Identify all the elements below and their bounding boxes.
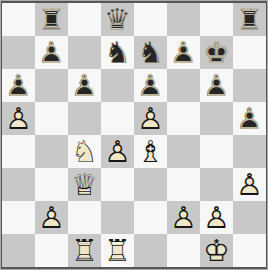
square-f4[interactable] [167, 135, 200, 168]
rook-outline-glyph: ♖ [35, 3, 68, 36]
white-king-piece[interactable]: ♚♔ [200, 234, 233, 267]
bishop-fill-glyph: ♝ [134, 135, 167, 168]
board-frame: ♜♖♛♕♜♖♟♙♞♘♞♘♟♙♚♔♟♙♟♙♟♙♟♙♟♙♟♙♟♙♞♘♟♙♝♗♛♕♟♙… [0, 0, 268, 270]
pawn-fill-glyph: ♟ [2, 102, 35, 135]
square-b2[interactable]: ♟♙ [35, 201, 68, 234]
square-a4[interactable] [2, 135, 35, 168]
square-a5[interactable]: ♟♙ [2, 102, 35, 135]
square-d4[interactable]: ♟♙ [101, 135, 134, 168]
white-pawn-piece[interactable]: ♟♙ [134, 102, 167, 135]
black-queen-piece[interactable]: ♛♕ [101, 3, 134, 36]
pawn-outline-glyph: ♙ [167, 36, 200, 69]
square-h6[interactable] [233, 69, 266, 102]
square-h8[interactable]: ♜♖ [233, 3, 266, 36]
rook-fill-glyph: ♜ [233, 3, 266, 36]
square-f8[interactable] [167, 3, 200, 36]
square-f2[interactable]: ♟♙ [167, 201, 200, 234]
square-b7[interactable]: ♟♙ [35, 36, 68, 69]
square-g4[interactable] [200, 135, 233, 168]
black-pawn-piece[interactable]: ♟♙ [2, 69, 35, 102]
white-pawn-piece[interactable]: ♟♙ [167, 201, 200, 234]
pawn-fill-glyph: ♟ [2, 69, 35, 102]
pawn-fill-glyph: ♟ [134, 102, 167, 135]
square-f1[interactable] [167, 234, 200, 267]
square-e2[interactable] [134, 201, 167, 234]
knight-fill-glyph: ♞ [68, 135, 101, 168]
queen-fill-glyph: ♛ [68, 168, 101, 201]
square-e4[interactable]: ♝♗ [134, 135, 167, 168]
king-outline-glyph: ♔ [200, 36, 233, 69]
knight-outline-glyph: ♘ [134, 36, 167, 69]
square-c6[interactable]: ♟♙ [68, 69, 101, 102]
pawn-fill-glyph: ♟ [233, 168, 266, 201]
king-fill-glyph: ♚ [200, 234, 233, 267]
square-d5[interactable] [101, 102, 134, 135]
white-bishop-piece[interactable]: ♝♗ [134, 135, 167, 168]
square-e6[interactable]: ♟♙ [134, 69, 167, 102]
white-pawn-piece[interactable]: ♟♙ [233, 168, 266, 201]
square-b5[interactable] [35, 102, 68, 135]
chess-board: ♜♖♛♕♜♖♟♙♞♘♞♘♟♙♚♔♟♙♟♙♟♙♟♙♟♙♟♙♟♙♞♘♟♙♝♗♛♕♟♙… [2, 3, 266, 267]
pawn-outline-glyph: ♙ [200, 201, 233, 234]
square-g2[interactable]: ♟♙ [200, 201, 233, 234]
square-g3[interactable] [200, 168, 233, 201]
black-knight-piece[interactable]: ♞♘ [101, 36, 134, 69]
bishop-outline-glyph: ♗ [134, 135, 167, 168]
knight-outline-glyph: ♘ [101, 36, 134, 69]
white-pawn-piece[interactable]: ♟♙ [200, 201, 233, 234]
white-pawn-piece[interactable]: ♟♙ [2, 102, 35, 135]
king-fill-glyph: ♚ [200, 36, 233, 69]
knight-fill-glyph: ♞ [134, 36, 167, 69]
black-pawn-piece[interactable]: ♟♙ [167, 36, 200, 69]
white-rook-piece[interactable]: ♜♖ [101, 234, 134, 267]
pawn-fill-glyph: ♟ [167, 201, 200, 234]
square-b1[interactable] [35, 234, 68, 267]
square-b8[interactable]: ♜♖ [35, 3, 68, 36]
square-h5[interactable]: ♟♙ [233, 102, 266, 135]
square-c1[interactable]: ♜♖ [68, 234, 101, 267]
square-c3[interactable]: ♛♕ [68, 168, 101, 201]
square-a3[interactable] [2, 168, 35, 201]
square-g8[interactable] [200, 3, 233, 36]
square-c4[interactable]: ♞♘ [68, 135, 101, 168]
square-b6[interactable] [35, 69, 68, 102]
square-a7[interactable] [2, 36, 35, 69]
pawn-fill-glyph: ♟ [200, 69, 233, 102]
pawn-outline-glyph: ♙ [233, 102, 266, 135]
square-d1[interactable]: ♜♖ [101, 234, 134, 267]
queen-outline-glyph: ♕ [101, 3, 134, 36]
rook-fill-glyph: ♜ [35, 3, 68, 36]
black-king-piece[interactable]: ♚♔ [200, 36, 233, 69]
white-pawn-piece[interactable]: ♟♙ [35, 201, 68, 234]
square-h3[interactable]: ♟♙ [233, 168, 266, 201]
black-rook-piece[interactable]: ♜♖ [233, 3, 266, 36]
knight-outline-glyph: ♘ [68, 135, 101, 168]
pawn-outline-glyph: ♙ [233, 168, 266, 201]
pawn-fill-glyph: ♟ [233, 102, 266, 135]
pawn-outline-glyph: ♙ [134, 102, 167, 135]
square-d3[interactable] [101, 168, 134, 201]
black-pawn-piece[interactable]: ♟♙ [134, 69, 167, 102]
square-h7[interactable] [233, 36, 266, 69]
white-knight-piece[interactable]: ♞♘ [68, 135, 101, 168]
pawn-outline-glyph: ♙ [101, 135, 134, 168]
black-rook-piece[interactable]: ♜♖ [35, 3, 68, 36]
square-h1[interactable] [233, 234, 266, 267]
pawn-fill-glyph: ♟ [167, 36, 200, 69]
pawn-outline-glyph: ♙ [134, 69, 167, 102]
rook-fill-glyph: ♜ [68, 234, 101, 267]
square-g5[interactable] [200, 102, 233, 135]
pawn-fill-glyph: ♟ [200, 201, 233, 234]
knight-fill-glyph: ♞ [101, 36, 134, 69]
square-g7[interactable]: ♚♔ [200, 36, 233, 69]
square-c8[interactable] [68, 3, 101, 36]
pawn-outline-glyph: ♙ [35, 36, 68, 69]
queen-outline-glyph: ♕ [68, 168, 101, 201]
square-e3[interactable] [134, 168, 167, 201]
square-h4[interactable] [233, 135, 266, 168]
black-pawn-piece[interactable]: ♟♙ [233, 102, 266, 135]
square-a2[interactable] [2, 201, 35, 234]
black-pawn-piece[interactable]: ♟♙ [200, 69, 233, 102]
square-g6[interactable]: ♟♙ [200, 69, 233, 102]
square-c2[interactable] [68, 201, 101, 234]
square-a6[interactable]: ♟♙ [2, 69, 35, 102]
pawn-fill-glyph: ♟ [68, 69, 101, 102]
pawn-outline-glyph: ♙ [68, 69, 101, 102]
square-b3[interactable] [35, 168, 68, 201]
square-f7[interactable]: ♟♙ [167, 36, 200, 69]
square-d6[interactable] [101, 69, 134, 102]
queen-fill-glyph: ♛ [101, 3, 134, 36]
rook-outline-glyph: ♖ [68, 234, 101, 267]
square-f6[interactable] [167, 69, 200, 102]
square-g1[interactable]: ♚♔ [200, 234, 233, 267]
square-b4[interactable] [35, 135, 68, 168]
rook-fill-glyph: ♜ [101, 234, 134, 267]
square-a1[interactable] [2, 234, 35, 267]
white-pawn-piece[interactable]: ♟♙ [101, 135, 134, 168]
square-c7[interactable] [68, 36, 101, 69]
square-e8[interactable] [134, 3, 167, 36]
pawn-outline-glyph: ♙ [35, 201, 68, 234]
pawn-outline-glyph: ♙ [200, 69, 233, 102]
black-pawn-piece[interactable]: ♟♙ [35, 36, 68, 69]
square-e1[interactable] [134, 234, 167, 267]
pawn-fill-glyph: ♟ [134, 69, 167, 102]
square-c5[interactable] [68, 102, 101, 135]
square-f5[interactable] [167, 102, 200, 135]
rook-outline-glyph: ♖ [101, 234, 134, 267]
king-outline-glyph: ♔ [200, 234, 233, 267]
pawn-outline-glyph: ♙ [167, 201, 200, 234]
white-rook-piece[interactable]: ♜♖ [68, 234, 101, 267]
black-pawn-piece[interactable]: ♟♙ [68, 69, 101, 102]
square-d8[interactable]: ♛♕ [101, 3, 134, 36]
pawn-fill-glyph: ♟ [101, 135, 134, 168]
black-knight-piece[interactable]: ♞♘ [134, 36, 167, 69]
pawn-fill-glyph: ♟ [35, 36, 68, 69]
square-f3[interactable] [167, 168, 200, 201]
rook-outline-glyph: ♖ [233, 3, 266, 36]
square-d7[interactable]: ♞♘ [101, 36, 134, 69]
pawn-outline-glyph: ♙ [2, 69, 35, 102]
square-h2[interactable] [233, 201, 266, 234]
white-queen-piece[interactable]: ♛♕ [68, 168, 101, 201]
square-e5[interactable]: ♟♙ [134, 102, 167, 135]
square-a8[interactable] [2, 3, 35, 36]
pawn-fill-glyph: ♟ [35, 201, 68, 234]
square-d2[interactable] [101, 201, 134, 234]
square-e7[interactable]: ♞♘ [134, 36, 167, 69]
pawn-outline-glyph: ♙ [2, 102, 35, 135]
